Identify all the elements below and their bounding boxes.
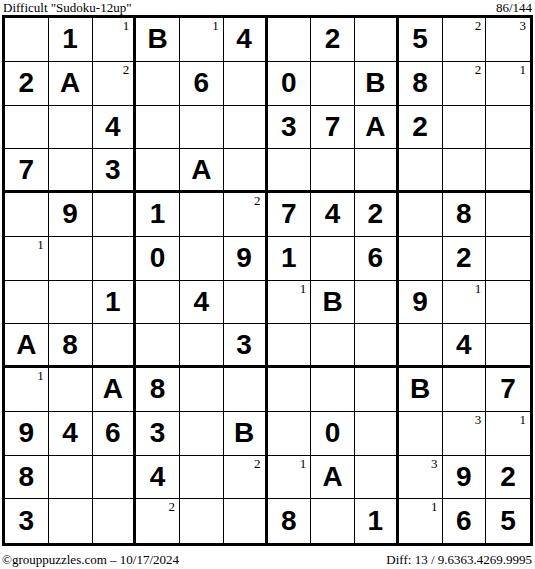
cell-r5c3[interactable] [93, 193, 137, 237]
cell-r10c5[interactable] [180, 412, 224, 456]
cell-r10c2[interactable]: 4 [49, 412, 93, 456]
cell-r4c4[interactable] [136, 149, 180, 193]
cell-r9c10[interactable]: B [399, 368, 443, 412]
cell-r7c2[interactable] [49, 281, 93, 325]
cell-r10c4[interactable]: 3 [136, 412, 180, 456]
cell-r5c5[interactable] [180, 193, 224, 237]
given-digit: 3 [105, 156, 121, 184]
cell-r8c1[interactable]: A [5, 324, 49, 368]
cell-r12c1[interactable]: 3 [5, 499, 49, 543]
cell-r4c10[interactable] [399, 149, 443, 193]
given-digit: B [323, 288, 343, 316]
given-digit: 3 [281, 113, 297, 141]
cell-r7c5[interactable]: 4 [180, 281, 224, 325]
cell-r5c7[interactable]: 7 [268, 193, 312, 237]
cell-r6c11[interactable]: 2 [443, 237, 487, 281]
cell-r2c12[interactable]: 1 [486, 62, 530, 106]
cell-r4c5[interactable]: A [180, 149, 224, 193]
corner-mark: 2 [475, 63, 482, 76]
given-digit: 1 [150, 200, 166, 228]
given-digit: 3 [150, 419, 166, 447]
given-digit: 5 [500, 507, 516, 535]
cell-r2c5[interactable]: 6 [180, 62, 224, 106]
cell-r9c8[interactable] [311, 368, 355, 412]
cell-r1c6[interactable]: 4 [224, 18, 268, 62]
given-digit: 1 [62, 25, 78, 53]
cell-r9c4[interactable]: 8 [136, 368, 180, 412]
given-digit: 4 [456, 331, 472, 359]
given-digit: B [365, 69, 385, 97]
given-digit: 9 [412, 288, 428, 316]
cell-r9c3[interactable]: A [93, 368, 137, 412]
cell-r12c10[interactable]: 1 [399, 499, 443, 543]
cell-r1c10[interactable]: 5 [399, 18, 443, 62]
given-digit: A [103, 375, 123, 403]
cell-r11c10[interactable]: 3 [399, 456, 443, 500]
cell-r6c12[interactable] [486, 237, 530, 281]
cell-r1c12[interactable]: 3 [486, 18, 530, 62]
cell-r10c11[interactable]: 3 [443, 412, 487, 456]
cell-r5c2[interactable]: 9 [49, 193, 93, 237]
cell-r10c9[interactable] [355, 412, 399, 456]
cell-r11c2[interactable] [49, 456, 93, 500]
corner-mark: 1 [475, 282, 482, 295]
cell-r3c4[interactable] [136, 106, 180, 150]
cell-r12c3[interactable] [93, 499, 137, 543]
cell-r3c3[interactable]: 4 [93, 106, 137, 150]
cell-r2c6[interactable] [224, 62, 268, 106]
cell-r8c9[interactable] [355, 324, 399, 368]
puzzle-counter: 86/144 [496, 0, 532, 15]
cell-r7c10[interactable]: 9 [399, 281, 443, 325]
corner-mark: 1 [37, 238, 44, 251]
cell-r11c6[interactable]: 2 [224, 456, 268, 500]
given-digit: 8 [281, 507, 297, 535]
cell-r1c11[interactable]: 2 [443, 18, 487, 62]
cell-r5c8[interactable]: 4 [311, 193, 355, 237]
cell-r1c9[interactable] [355, 18, 399, 62]
cell-r5c1[interactable] [5, 193, 49, 237]
cell-r1c7[interactable] [268, 18, 312, 62]
cell-r9c5[interactable] [180, 368, 224, 412]
cell-r7c8[interactable]: B [311, 281, 355, 325]
cell-r11c4[interactable]: 4 [136, 456, 180, 500]
cell-r1c2[interactable]: 1 [49, 18, 93, 62]
given-digit: B [234, 419, 254, 447]
cell-r3c10[interactable]: 2 [399, 106, 443, 150]
cell-r10c1[interactable]: 9 [5, 412, 49, 456]
corner-mark: 1 [300, 282, 307, 295]
cell-r2c1[interactable]: 2 [5, 62, 49, 106]
cell-r2c11[interactable]: 2 [443, 62, 487, 106]
cell-r8c2[interactable]: 8 [49, 324, 93, 368]
cell-r2c4[interactable] [136, 62, 180, 106]
cell-r12c6[interactable] [224, 499, 268, 543]
cell-r7c9[interactable] [355, 281, 399, 325]
cell-r6c7[interactable]: 1 [268, 237, 312, 281]
cell-r11c11[interactable]: 9 [443, 456, 487, 500]
cell-r3c9[interactable]: A [355, 106, 399, 150]
cell-r4c9[interactable] [355, 149, 399, 193]
cell-r4c12[interactable] [486, 149, 530, 193]
given-digit: 6 [105, 419, 121, 447]
cell-r2c8[interactable] [311, 62, 355, 106]
cell-r9c1[interactable]: 1 [5, 368, 49, 412]
cell-r4c7[interactable] [268, 149, 312, 193]
cell-r6c10[interactable] [399, 237, 443, 281]
cell-r4c2[interactable] [49, 149, 93, 193]
cell-r5c4[interactable]: 1 [136, 193, 180, 237]
cell-r1c4[interactable]: B [136, 18, 180, 62]
cell-r12c12[interactable]: 5 [486, 499, 530, 543]
given-digit: 2 [500, 463, 516, 491]
given-digit: 2 [412, 113, 428, 141]
cell-r8c7[interactable] [268, 324, 312, 368]
cell-r3c8[interactable]: 7 [311, 106, 355, 150]
cell-r2c9[interactable]: B [355, 62, 399, 106]
cell-r8c5[interactable] [180, 324, 224, 368]
given-digit: 4 [150, 463, 166, 491]
cell-r5c9[interactable]: 2 [355, 193, 399, 237]
cell-r6c8[interactable] [311, 237, 355, 281]
cell-r11c1[interactable]: 8 [5, 456, 49, 500]
cell-r3c1[interactable] [5, 106, 49, 150]
given-digit: 4 [325, 200, 341, 228]
cell-r7c6[interactable] [224, 281, 268, 325]
cell-r10c3[interactable]: 6 [93, 412, 137, 456]
cell-r7c12[interactable] [486, 281, 530, 325]
cell-r10c10[interactable] [399, 412, 443, 456]
given-digit: A [60, 69, 80, 97]
cell-r11c8[interactable]: A [311, 456, 355, 500]
cell-r4c6[interactable] [224, 149, 268, 193]
given-digit: 3 [236, 331, 252, 359]
given-digit: 7 [500, 375, 516, 403]
cell-r7c3[interactable]: 1 [93, 281, 137, 325]
cell-r12c4[interactable]: 2 [136, 499, 180, 543]
cell-r9c12[interactable]: 7 [486, 368, 530, 412]
cell-r5c10[interactable] [399, 193, 443, 237]
cell-r9c11[interactable] [443, 368, 487, 412]
cell-r9c2[interactable] [49, 368, 93, 412]
given-digit: 4 [62, 419, 78, 447]
corner-mark: 1 [37, 369, 44, 382]
given-digit: 4 [236, 25, 252, 53]
given-digit: 1 [105, 288, 121, 316]
given-digit: 2 [368, 200, 384, 228]
cell-r12c9[interactable]: 1 [355, 499, 399, 543]
cell-r4c8[interactable] [311, 149, 355, 193]
cell-r7c7[interactable]: 1 [268, 281, 312, 325]
cell-r3c2[interactable] [49, 106, 93, 150]
cell-r1c8[interactable]: 2 [311, 18, 355, 62]
cell-r12c11[interactable]: 6 [443, 499, 487, 543]
cell-r5c11[interactable]: 8 [443, 193, 487, 237]
cell-r8c12[interactable] [486, 324, 530, 368]
cell-r8c11[interactable]: 4 [443, 324, 487, 368]
corner-mark: 2 [254, 194, 261, 207]
corner-mark: 1 [123, 19, 130, 32]
puzzle-title: Difficult "Sudoku-12up" [3, 0, 131, 15]
given-digit: 9 [62, 200, 78, 228]
cell-r8c10[interactable] [399, 324, 443, 368]
cell-r10c7[interactable] [268, 412, 312, 456]
given-digit: 7 [281, 200, 297, 228]
given-digit: 0 [150, 244, 166, 272]
given-digit: 4 [194, 288, 210, 316]
cell-r12c2[interactable] [49, 499, 93, 543]
cell-r11c7[interactable]: 1 [268, 456, 312, 500]
given-digit: 1 [281, 244, 297, 272]
cell-r11c5[interactable] [180, 456, 224, 500]
given-digit: A [16, 331, 36, 359]
given-digit: 8 [19, 463, 35, 491]
cell-r2c2[interactable]: A [49, 62, 93, 106]
difficulty-rating: Diff: 13 / 9.6363.4269.9995 [386, 552, 532, 567]
cell-r2c10[interactable]: 8 [399, 62, 443, 106]
cell-r3c5[interactable] [180, 106, 224, 150]
cell-r6c9[interactable]: 6 [355, 237, 399, 281]
given-digit: B [148, 25, 168, 53]
given-digit: 8 [62, 331, 78, 359]
cell-r11c3[interactable] [93, 456, 137, 500]
given-digit: 9 [19, 419, 35, 447]
corner-mark: 1 [520, 63, 527, 76]
corner-mark: 1 [212, 19, 219, 32]
puzzle-page: Difficult "Sudoku-12up" 86/144 11B142523… [0, 0, 535, 569]
given-digit: A [323, 463, 343, 491]
cell-r7c11[interactable]: 1 [443, 281, 487, 325]
given-digit: 0 [325, 419, 341, 447]
given-digit: 2 [325, 25, 341, 53]
cell-r11c9[interactable] [355, 456, 399, 500]
cell-r1c3[interactable]: 1 [93, 18, 137, 62]
copyright-date: ©grouppuzzles.com – 10/17/2024 [2, 552, 179, 567]
given-digit: 0 [281, 69, 297, 97]
cell-r6c2[interactable] [49, 237, 93, 281]
cell-r6c4[interactable]: 0 [136, 237, 180, 281]
given-digit: 3 [19, 507, 35, 535]
cell-r12c8[interactable] [311, 499, 355, 543]
given-digit: 7 [19, 156, 35, 184]
given-digit: 1 [368, 507, 384, 535]
cell-r6c5[interactable] [180, 237, 224, 281]
cell-r7c1[interactable] [5, 281, 49, 325]
cell-r4c11[interactable] [443, 149, 487, 193]
given-digit: 8 [150, 375, 166, 403]
cell-r3c11[interactable] [443, 106, 487, 150]
cell-r10c8[interactable]: 0 [311, 412, 355, 456]
cell-r4c3[interactable]: 3 [93, 149, 137, 193]
corner-mark: 3 [520, 19, 527, 32]
cell-r4c1[interactable]: 7 [5, 149, 49, 193]
cell-r10c12[interactable]: 1 [486, 412, 530, 456]
given-digit: A [191, 156, 211, 184]
given-digit: 8 [456, 200, 472, 228]
cell-r2c3[interactable]: 2 [93, 62, 137, 106]
cell-r3c7[interactable]: 3 [268, 106, 312, 150]
corner-mark: 3 [431, 457, 438, 470]
cell-r6c3[interactable] [93, 237, 137, 281]
cell-r11c12[interactable]: 2 [486, 456, 530, 500]
corner-mark: 2 [475, 19, 482, 32]
given-digit: 2 [456, 244, 472, 272]
given-digit: A [365, 113, 385, 141]
corner-mark: 2 [254, 457, 261, 470]
cell-r1c5[interactable]: 1 [180, 18, 224, 62]
given-digit: 5 [412, 25, 428, 53]
cell-r3c6[interactable] [224, 106, 268, 150]
cell-r6c1[interactable]: 1 [5, 237, 49, 281]
given-digit: 7 [325, 113, 341, 141]
given-digit: 8 [412, 69, 428, 97]
sudoku-board: 11B1425232A260B821437A273A91274281091621… [2, 15, 533, 546]
given-digit: 4 [105, 113, 121, 141]
given-digit: 9 [236, 244, 252, 272]
given-digit: 6 [368, 244, 384, 272]
cell-r7c4[interactable] [136, 281, 180, 325]
cell-r9c9[interactable] [355, 368, 399, 412]
corner-mark: 1 [431, 500, 438, 513]
cell-r12c5[interactable] [180, 499, 224, 543]
cell-r8c6[interactable]: 3 [224, 324, 268, 368]
cell-r8c3[interactable] [93, 324, 137, 368]
cell-r3c12[interactable] [486, 106, 530, 150]
corner-mark: 2 [169, 500, 176, 513]
cell-r10c6[interactable]: B [224, 412, 268, 456]
corner-mark: 3 [475, 413, 482, 426]
given-digit: 2 [19, 69, 35, 97]
corner-mark: 2 [123, 63, 130, 76]
cell-r2c7[interactable]: 0 [268, 62, 312, 106]
cell-r5c12[interactable] [486, 193, 530, 237]
given-digit: 6 [194, 69, 210, 97]
given-digit: 9 [456, 463, 472, 491]
cell-r8c8[interactable] [311, 324, 355, 368]
corner-mark: 1 [300, 457, 307, 470]
given-digit: B [410, 375, 430, 403]
cell-r9c7[interactable] [268, 368, 312, 412]
cell-r12c7[interactable]: 8 [268, 499, 312, 543]
cell-r1c1[interactable] [5, 18, 49, 62]
cell-r6c6[interactable]: 9 [224, 237, 268, 281]
corner-mark: 1 [520, 413, 527, 426]
cell-r5c6[interactable]: 2 [224, 193, 268, 237]
cell-r9c6[interactable] [224, 368, 268, 412]
given-digit: 6 [456, 507, 472, 535]
cell-r8c4[interactable] [136, 324, 180, 368]
